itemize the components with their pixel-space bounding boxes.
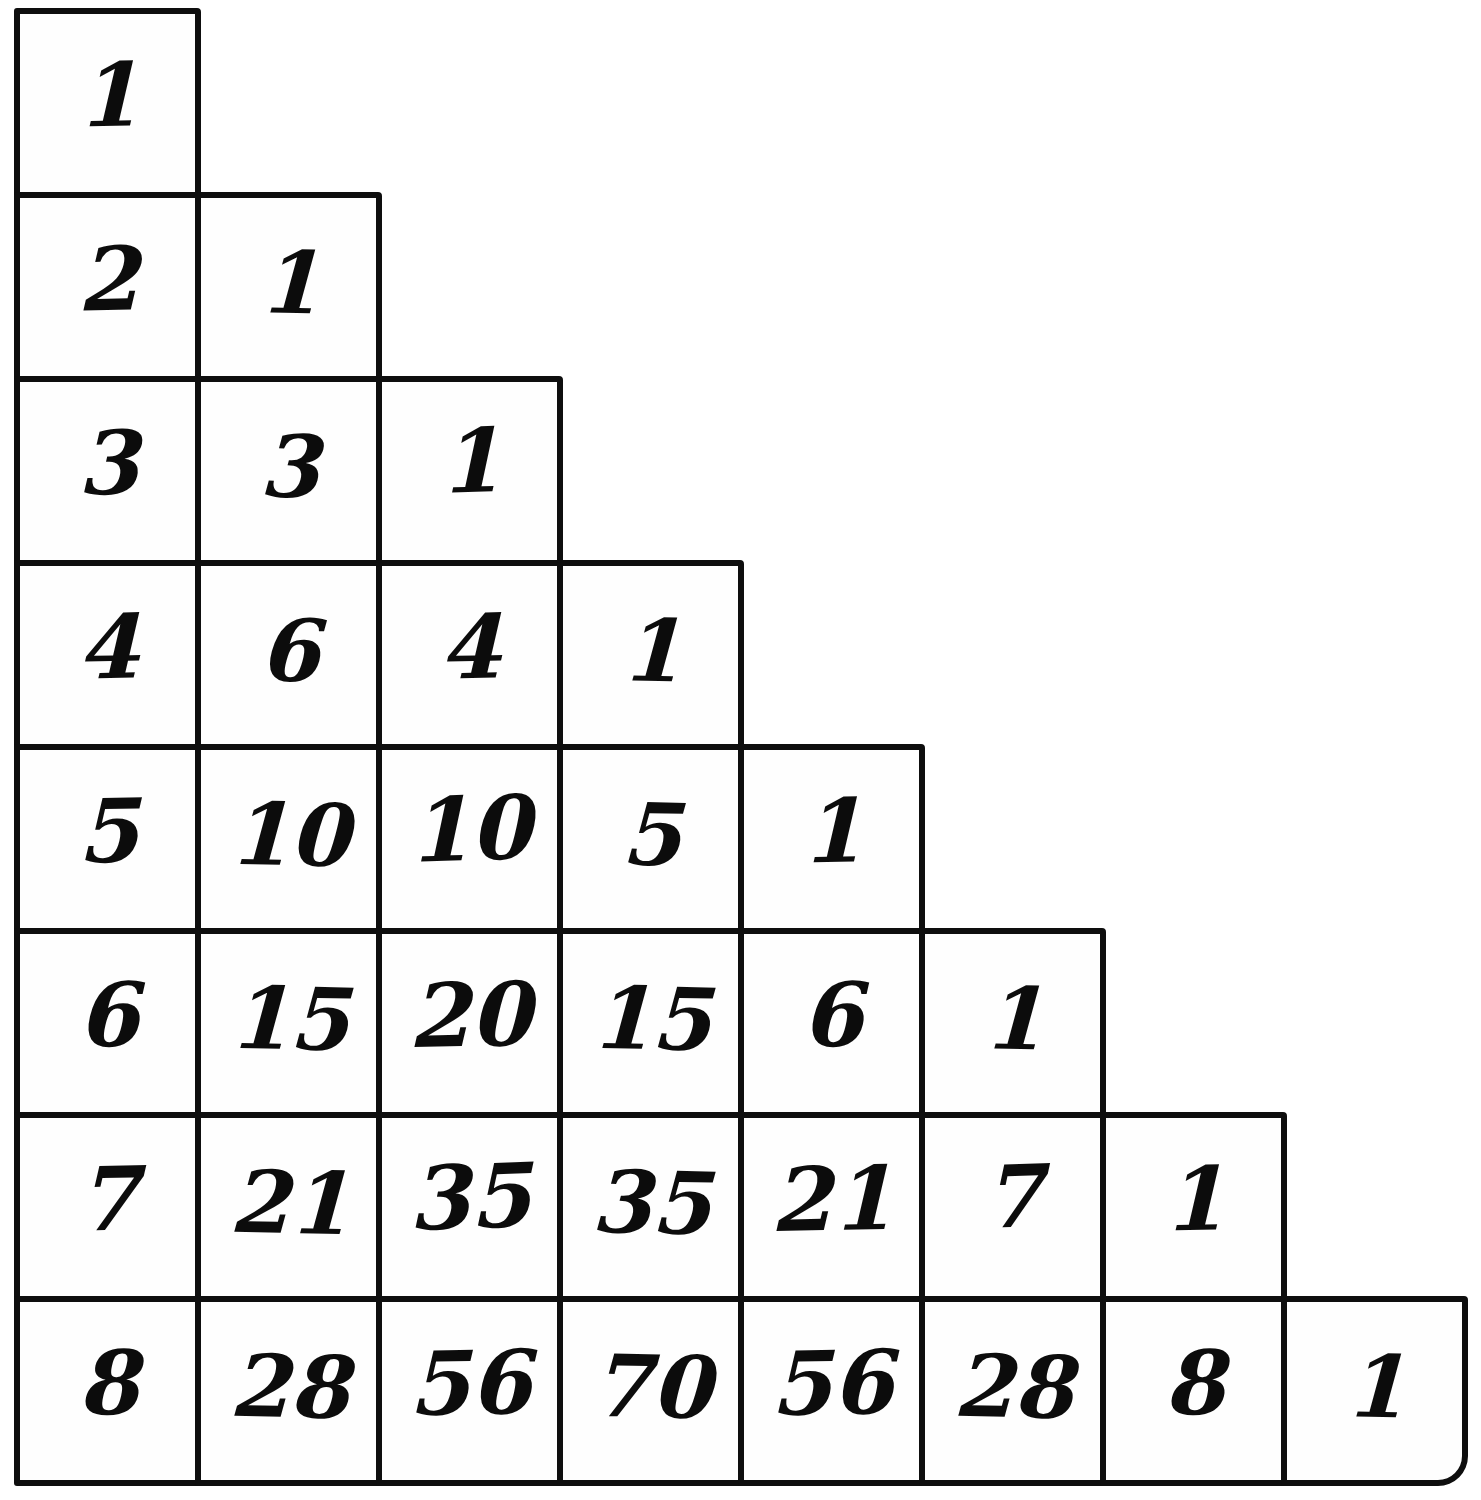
cell-r5-c2: 10 [195,744,382,934]
cell-value: 21 [228,1159,349,1247]
cell-r3-c2: 3 [195,376,382,566]
cell-value: 6 [76,970,139,1059]
cell-value: 7 [981,1153,1044,1241]
cell-r8-c6: 28 [919,1296,1106,1486]
cell-r2-c2: 1 [195,192,382,382]
cell-r1-c1: 1 [14,8,201,198]
cell-r7-c1: 7 [14,1112,201,1302]
cell-value: 1 [1162,1154,1225,1243]
cell-value: 10 [407,783,532,875]
triangle-row-5: 5101051 [14,744,1462,934]
triangle-row-8: 8285670562881 [14,1296,1462,1486]
cell-r8-c2: 28 [195,1296,382,1486]
cell-value: 8 [1162,1338,1225,1427]
cell-r5-c4: 5 [557,744,744,934]
cell-value: 1 [258,239,320,326]
cell-r8-c3: 56 [376,1296,563,1486]
cell-value: 4 [438,602,501,691]
cell-value: 5 [76,786,139,875]
triangle-row-3: 331 [14,376,1462,566]
triangle-row-6: 615201561 [14,928,1462,1118]
cell-value: 35 [407,1151,532,1243]
cell-value: 2 [76,234,139,323]
cell-value: 3 [76,418,139,507]
cell-value: 10 [228,791,349,879]
cell-r7-c2: 21 [195,1112,382,1302]
cell-r8-c7: 8 [1100,1296,1287,1486]
cell-r5-c3: 10 [376,744,563,934]
cell-value: 1 [982,975,1044,1062]
cell-value: 1 [437,416,501,506]
cell-r8-c1: 8 [14,1296,201,1486]
cell-r5-c1: 5 [14,744,201,934]
cell-r4-c1: 4 [14,560,201,750]
cell-r3-c1: 3 [14,376,201,566]
cell-value: 56 [408,1338,532,1428]
cell-value: 35 [590,1159,711,1247]
cell-value: 56 [770,1338,894,1428]
cell-value: 21 [770,1154,894,1244]
pascal-triangle-grid: 1213314641510105161520156172135352171828… [14,8,1462,1486]
cell-r8-c4: 70 [557,1296,744,1486]
cell-r7-c7: 1 [1100,1112,1287,1302]
cell-value: 1 [1344,1343,1406,1430]
triangle-row-1: 1 [14,8,1462,198]
cell-r6-c2: 15 [195,928,382,1118]
cell-r7-c3: 35 [376,1112,563,1302]
cell-value: 70 [590,1343,711,1431]
cell-value: 20 [408,970,532,1060]
cell-value: 28 [228,1343,349,1431]
cell-r6-c1: 6 [14,928,201,1118]
cell-r8-c8: 1 [1281,1296,1468,1486]
cell-r6-c5: 6 [738,928,925,1118]
cell-value: 1 [620,607,682,694]
cell-r3-c3: 1 [376,376,563,566]
cell-value: 28 [952,1343,1073,1431]
cell-value: 3 [258,423,320,510]
cell-value: 1 [76,50,139,139]
cell-r4-c4: 1 [557,560,744,750]
cell-r4-c3: 4 [376,560,563,750]
cell-value: 7 [76,1154,139,1243]
cell-r4-c2: 6 [195,560,382,750]
cell-value: 15 [228,975,349,1063]
cell-r7-c4: 35 [557,1112,744,1302]
cell-value: 6 [800,970,863,1059]
cell-r5-c5: 1 [738,744,925,934]
cell-value: 5 [620,791,682,878]
cell-value: 1 [800,786,863,875]
cell-r7-c5: 21 [738,1112,925,1302]
scanned-page: 1213314641510105161520156172135352171828… [0,0,1481,1500]
cell-value: 15 [590,975,711,1063]
cell-r6-c3: 20 [376,928,563,1118]
cell-r6-c6: 1 [919,928,1106,1118]
cell-r2-c1: 2 [14,192,201,382]
cell-value: 4 [76,602,139,691]
cell-r8-c5: 56 [738,1296,925,1486]
cell-r6-c4: 15 [557,928,744,1118]
triangle-row-4: 4641 [14,560,1462,750]
triangle-row-7: 72135352171 [14,1112,1462,1302]
cell-value: 8 [76,1338,139,1427]
cell-r7-c6: 7 [919,1112,1106,1302]
triangle-row-2: 21 [14,192,1462,382]
cell-value: 6 [258,607,320,694]
